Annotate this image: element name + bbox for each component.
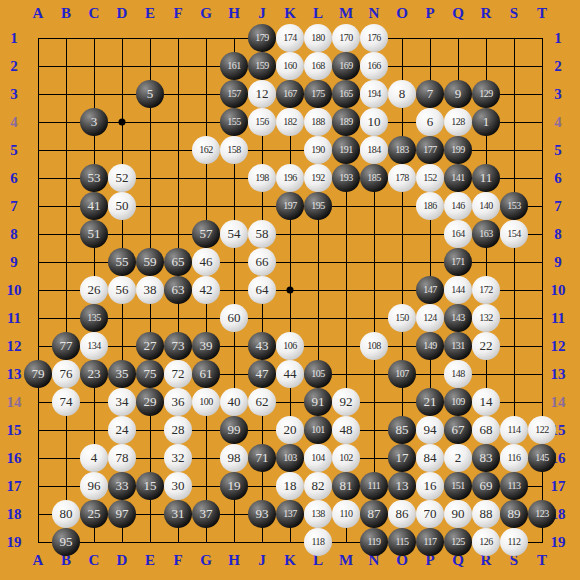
white-stone[interactable]: 184 [360,136,388,164]
white-stone[interactable]: 50 [108,192,136,220]
black-stone[interactable]: 123 [528,500,556,528]
black-stone[interactable]: 79 [24,360,52,388]
white-stone[interactable]: 92 [332,388,360,416]
row-label: 9 [1,251,27,273]
black-stone[interactable]: 143 [444,304,472,332]
black-stone[interactable]: 149 [416,332,444,360]
black-stone[interactable]: 137 [276,500,304,528]
black-stone[interactable]: 189 [332,108,360,136]
white-stone[interactable]: 70 [416,500,444,528]
white-stone[interactable]: 30 [164,472,192,500]
black-stone[interactable]: 161 [220,52,248,80]
go-board[interactable]: ABCDEFGHJKLMNOPQRST ABCDEFGHJKLMNOPQRST … [0,0,580,580]
black-stone[interactable]: 95 [52,528,80,556]
column-label: D [109,549,135,571]
white-stone[interactable]: 18 [276,472,304,500]
row-label: 12 [1,335,27,357]
black-stone[interactable]: 9 [444,80,472,108]
white-stone[interactable]: 36 [164,388,192,416]
black-stone[interactable]: 99 [220,416,248,444]
white-stone[interactable]: 86 [388,500,416,528]
row-label: 3 [1,83,27,105]
black-stone[interactable]: 157 [220,80,248,108]
white-stone[interactable]: 80 [52,500,80,528]
row-label: 13 [545,363,571,385]
white-stone[interactable]: 74 [52,388,80,416]
row-label: 3 [545,83,571,105]
black-stone[interactable]: 93 [248,500,276,528]
black-stone[interactable]: 199 [444,136,472,164]
black-stone[interactable]: 103 [276,444,304,472]
white-stone[interactable]: 182 [276,108,304,136]
white-stone[interactable]: 56 [108,276,136,304]
row-label: 1 [545,27,571,49]
white-stone[interactable]: 48 [332,416,360,444]
row-label: 6 [1,167,27,189]
white-stone[interactable]: 100 [192,388,220,416]
column-label: G [193,549,219,571]
column-label: D [109,2,135,24]
white-stone[interactable]: 52 [108,164,136,192]
black-stone[interactable]: 131 [444,332,472,360]
white-stone[interactable]: 2 [444,444,472,472]
column-label: K [277,2,303,24]
white-stone[interactable]: 68 [472,416,500,444]
black-stone[interactable]: 197 [276,192,304,220]
white-stone[interactable]: 168 [304,52,332,80]
black-stone[interactable]: 53 [80,164,108,192]
white-stone[interactable]: 170 [332,24,360,52]
white-stone[interactable]: 176 [360,24,388,52]
white-stone[interactable]: 34 [108,388,136,416]
black-stone[interactable]: 107 [388,360,416,388]
white-stone[interactable]: 112 [500,528,528,556]
white-stone[interactable]: 54 [220,220,248,248]
black-stone[interactable]: 89 [500,500,528,528]
column-label: R [473,2,499,24]
row-label: 11 [545,307,571,329]
star-point [287,287,294,294]
white-stone[interactable]: 148 [444,360,472,388]
white-stone[interactable]: 180 [304,24,332,52]
black-stone[interactable]: 85 [388,416,416,444]
white-stone[interactable]: 62 [248,388,276,416]
black-stone[interactable]: 77 [52,332,80,360]
black-stone[interactable]: 37 [192,500,220,528]
column-label: J [249,2,275,24]
white-stone[interactable]: 164 [444,220,472,248]
column-label: O [389,2,415,24]
column-label: K [277,549,303,571]
column-label: Q [445,2,471,24]
white-stone[interactable]: 146 [444,192,472,220]
black-stone[interactable]: 47 [248,360,276,388]
black-stone[interactable]: 57 [192,220,220,248]
white-stone[interactable]: 78 [108,444,136,472]
white-stone[interactable]: 6 [416,108,444,136]
row-label: 7 [545,195,571,217]
black-stone[interactable]: 11 [472,164,500,192]
row-label: 8 [1,223,27,245]
white-stone[interactable]: 118 [304,528,332,556]
row-label: 12 [545,335,571,357]
white-stone[interactable]: 116 [500,444,528,472]
black-stone[interactable]: 73 [164,332,192,360]
column-label: C [81,549,107,571]
black-stone[interactable]: 191 [332,136,360,164]
black-stone[interactable]: 159 [248,52,276,80]
black-stone[interactable]: 167 [276,80,304,108]
black-stone[interactable]: 87 [360,500,388,528]
black-stone[interactable]: 33 [108,472,136,500]
black-stone[interactable]: 165 [332,80,360,108]
white-stone[interactable]: 156 [248,108,276,136]
black-stone[interactable]: 75 [136,360,164,388]
white-stone[interactable]: 166 [360,52,388,80]
column-label: N [361,2,387,24]
white-stone[interactable]: 186 [416,192,444,220]
black-stone[interactable]: 61 [192,360,220,388]
black-stone[interactable]: 81 [332,472,360,500]
black-stone[interactable]: 135 [80,304,108,332]
row-label: 11 [1,307,27,329]
row-label: 8 [545,223,571,245]
black-stone[interactable]: 41 [80,192,108,220]
white-stone[interactable]: 16 [416,472,444,500]
column-label: F [165,2,191,24]
white-stone[interactable]: 14 [472,388,500,416]
white-stone[interactable]: 24 [108,416,136,444]
white-stone[interactable]: 144 [444,276,472,304]
white-stone[interactable]: 108 [360,332,388,360]
black-stone[interactable]: 105 [304,360,332,388]
white-stone[interactable]: 152 [416,164,444,192]
row-label: 4 [545,111,571,133]
white-stone[interactable]: 72 [164,360,192,388]
black-stone[interactable]: 15 [136,472,164,500]
black-stone[interactable]: 65 [164,248,192,276]
white-stone[interactable]: 42 [192,276,220,304]
column-label: P [417,2,443,24]
black-stone[interactable]: 111 [360,472,388,500]
black-stone[interactable]: 19 [220,472,248,500]
white-stone[interactable]: 140 [472,192,500,220]
black-stone[interactable]: 27 [136,332,164,360]
row-label: 15 [1,419,27,441]
column-label: B [53,2,79,24]
white-stone[interactable]: 110 [332,500,360,528]
white-stone[interactable]: 138 [304,500,332,528]
white-stone[interactable]: 124 [416,304,444,332]
white-stone[interactable]: 132 [472,304,500,332]
black-stone[interactable]: 51 [80,220,108,248]
column-label: E [137,2,163,24]
white-stone[interactable]: 44 [276,360,304,388]
column-label: A [25,2,51,24]
white-stone[interactable]: 158 [220,136,248,164]
black-stone[interactable]: 21 [416,388,444,416]
black-stone[interactable]: 1 [472,108,500,136]
white-stone[interactable]: 172 [472,276,500,304]
white-stone[interactable]: 46 [192,248,220,276]
white-stone[interactable]: 122 [528,416,556,444]
row-label: 1 [1,27,27,49]
white-stone[interactable]: 192 [304,164,332,192]
white-stone[interactable]: 178 [388,164,416,192]
row-label: 5 [545,139,571,161]
white-stone[interactable]: 66 [248,248,276,276]
black-stone[interactable]: 67 [444,416,472,444]
black-stone[interactable]: 55 [108,248,136,276]
black-stone[interactable]: 169 [332,52,360,80]
row-label: 19 [545,531,571,553]
white-stone[interactable]: 8 [388,80,416,108]
column-label: H [221,2,247,24]
black-stone[interactable]: 17 [388,444,416,472]
black-stone[interactable]: 125 [444,528,472,556]
black-stone[interactable]: 193 [332,164,360,192]
row-label: 17 [545,475,571,497]
white-stone[interactable]: 194 [360,80,388,108]
black-stone[interactable]: 83 [472,444,500,472]
white-stone[interactable]: 40 [220,388,248,416]
black-stone[interactable]: 59 [136,248,164,276]
white-stone[interactable]: 60 [220,304,248,332]
star-point [119,119,126,126]
row-label: 18 [1,503,27,525]
white-stone[interactable]: 12 [248,80,276,108]
row-label: 16 [1,447,27,469]
black-stone[interactable]: 35 [108,360,136,388]
black-stone[interactable]: 177 [416,136,444,164]
black-stone[interactable]: 31 [164,500,192,528]
column-label: F [165,549,191,571]
white-stone[interactable]: 96 [80,472,108,500]
row-label: 6 [545,167,571,189]
column-label: G [193,2,219,24]
row-label: 2 [545,55,571,77]
black-stone[interactable]: 43 [248,332,276,360]
black-stone[interactable]: 129 [472,80,500,108]
row-label: 4 [1,111,27,133]
black-stone[interactable]: 71 [248,444,276,472]
black-stone[interactable]: 119 [360,528,388,556]
white-stone[interactable]: 114 [500,416,528,444]
black-stone[interactable]: 195 [304,192,332,220]
black-stone[interactable]: 117 [416,528,444,556]
white-stone[interactable]: 64 [248,276,276,304]
white-stone[interactable]: 94 [416,416,444,444]
white-stone[interactable]: 88 [472,500,500,528]
white-stone[interactable]: 162 [192,136,220,164]
white-stone[interactable]: 98 [220,444,248,472]
row-label: 7 [1,195,27,217]
column-label: M [333,549,359,571]
black-stone[interactable]: 171 [444,248,472,276]
black-stone[interactable]: 175 [304,80,332,108]
white-stone[interactable]: 28 [164,416,192,444]
white-stone[interactable]: 196 [276,164,304,192]
black-stone[interactable]: 147 [416,276,444,304]
black-stone[interactable]: 91 [304,388,332,416]
column-label: T [529,2,555,24]
row-label: 14 [1,391,27,413]
white-stone[interactable]: 190 [304,136,332,164]
black-stone[interactable]: 163 [472,220,500,248]
column-label: L [305,2,331,24]
white-stone[interactable]: 82 [304,472,332,500]
white-stone[interactable]: 58 [248,220,276,248]
white-stone[interactable]: 76 [52,360,80,388]
white-stone[interactable]: 126 [472,528,500,556]
column-label: A [25,549,51,571]
column-label: C [81,2,107,24]
row-label: 10 [545,279,571,301]
column-label: H [221,549,247,571]
white-stone[interactable]: 20 [276,416,304,444]
row-label: 17 [1,475,27,497]
black-stone[interactable]: 39 [192,332,220,360]
white-stone[interactable]: 22 [472,332,500,360]
white-stone[interactable]: 160 [276,52,304,80]
row-label: 5 [1,139,27,161]
white-stone[interactable]: 154 [500,220,528,248]
row-label: 10 [1,279,27,301]
black-stone[interactable]: 115 [388,528,416,556]
black-stone[interactable]: 155 [220,108,248,136]
black-stone[interactable]: 101 [304,416,332,444]
white-stone[interactable]: 150 [388,304,416,332]
black-stone[interactable]: 29 [136,388,164,416]
black-stone[interactable]: 151 [444,472,472,500]
black-stone[interactable]: 23 [80,360,108,388]
white-stone[interactable]: 188 [304,108,332,136]
column-label: J [249,549,275,571]
black-stone[interactable]: 25 [80,500,108,528]
black-stone[interactable]: 153 [500,192,528,220]
white-stone[interactable]: 10 [360,108,388,136]
column-label: M [333,2,359,24]
black-stone[interactable]: 113 [500,472,528,500]
black-stone[interactable]: 141 [444,164,472,192]
black-stone[interactable]: 183 [388,136,416,164]
white-stone[interactable]: 90 [444,500,472,528]
row-label: 19 [1,531,27,553]
black-stone[interactable]: 145 [528,444,556,472]
white-stone[interactable]: 128 [444,108,472,136]
row-label: 9 [545,251,571,273]
white-stone[interactable]: 174 [276,24,304,52]
column-label: E [137,549,163,571]
black-stone[interactable]: 185 [360,164,388,192]
white-stone[interactable]: 104 [304,444,332,472]
black-stone[interactable]: 179 [248,24,276,52]
black-stone[interactable]: 13 [388,472,416,500]
white-stone[interactable]: 32 [164,444,192,472]
column-label: S [501,2,527,24]
row-label: 2 [1,55,27,77]
white-stone[interactable]: 84 [416,444,444,472]
white-stone[interactable]: 38 [136,276,164,304]
black-stone[interactable]: 97 [108,500,136,528]
black-stone[interactable]: 5 [136,80,164,108]
white-stone[interactable]: 198 [248,164,276,192]
white-stone[interactable]: 26 [80,276,108,304]
white-stone[interactable]: 102 [332,444,360,472]
black-stone[interactable]: 3 [80,108,108,136]
white-stone[interactable]: 4 [80,444,108,472]
black-stone[interactable]: 63 [164,276,192,304]
black-stone[interactable]: 7 [416,80,444,108]
white-stone[interactable]: 106 [276,332,304,360]
black-stone[interactable]: 69 [472,472,500,500]
black-stone[interactable]: 109 [444,388,472,416]
white-stone[interactable]: 134 [80,332,108,360]
row-label: 14 [545,391,571,413]
